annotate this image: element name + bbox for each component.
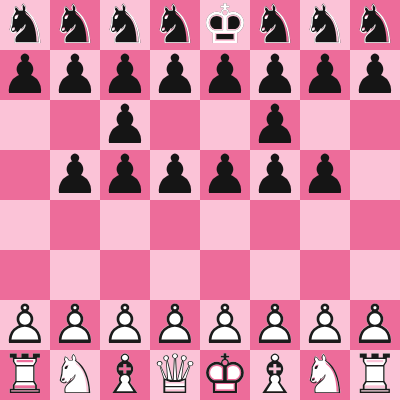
black-king[interactable]: ♚♔ <box>200 0 250 50</box>
square-c3[interactable] <box>100 250 150 300</box>
white-bishop[interactable]: ♝♗ <box>250 350 300 400</box>
square-f3[interactable] <box>250 250 300 300</box>
square-b8[interactable]: ♞♘ <box>50 0 100 50</box>
black-pawn[interactable]: ♟ <box>100 50 150 100</box>
black-pawn-icon: ♟ <box>100 100 150 150</box>
white-pawn-icon: ♟ <box>150 300 200 350</box>
white-rook-icon: ♜ <box>350 350 400 400</box>
black-pawn[interactable]: ♟ <box>300 50 350 100</box>
white-bishop[interactable]: ♝♗ <box>100 350 150 400</box>
square-d6[interactable] <box>150 100 200 150</box>
square-d8[interactable]: ♞♘ <box>150 0 200 50</box>
white-pawn[interactable]: ♟♙ <box>0 300 50 350</box>
black-knight-outline-icon: ♘ <box>50 0 100 50</box>
square-e6[interactable] <box>200 100 250 150</box>
square-c2[interactable]: ♟♙ <box>100 300 150 350</box>
square-b3[interactable] <box>50 250 100 300</box>
white-pawn-outline-icon: ♙ <box>250 300 300 350</box>
black-knight[interactable]: ♞♘ <box>300 0 350 50</box>
black-pawn-icon: ♟ <box>300 50 350 100</box>
white-queen-outline-icon: ♕ <box>150 350 200 400</box>
square-g4[interactable] <box>300 200 350 250</box>
white-bishop-icon: ♝ <box>100 350 150 400</box>
white-king-outline-icon: ♔ <box>200 350 250 400</box>
square-e2[interactable]: ♟♙ <box>200 300 250 350</box>
black-pawn[interactable]: ♟ <box>300 150 350 200</box>
white-knight-outline-icon: ♘ <box>300 350 350 400</box>
white-queen-icon: ♛ <box>150 350 200 400</box>
white-pawn-icon: ♟ <box>250 300 300 350</box>
black-knight-icon: ♞ <box>0 0 50 50</box>
black-pawn[interactable]: ♟ <box>200 150 250 200</box>
square-e8[interactable]: ♚♔ <box>200 0 250 50</box>
black-knight-icon: ♞ <box>150 0 200 50</box>
white-king-icon: ♚ <box>200 350 250 400</box>
black-knight[interactable]: ♞♘ <box>50 0 100 50</box>
white-pawn[interactable]: ♟♙ <box>100 300 150 350</box>
black-knight-outline-icon: ♘ <box>250 0 300 50</box>
white-pawn[interactable]: ♟♙ <box>50 300 100 350</box>
square-c6[interactable]: ♟ <box>100 100 150 150</box>
black-pawn-icon: ♟ <box>250 150 300 200</box>
white-rook-icon: ♜ <box>0 350 50 400</box>
square-f4[interactable] <box>250 200 300 250</box>
square-d5[interactable]: ♟ <box>150 150 200 200</box>
square-f8[interactable]: ♞♘ <box>250 0 300 50</box>
square-b1[interactable]: ♞♘ <box>50 350 100 400</box>
white-pawn-icon: ♟ <box>200 300 250 350</box>
square-h5[interactable] <box>350 150 400 200</box>
black-knight-icon: ♞ <box>250 0 300 50</box>
white-pawn-icon: ♟ <box>50 300 100 350</box>
square-b5[interactable]: ♟ <box>50 150 100 200</box>
black-knight[interactable]: ♞♘ <box>100 0 150 50</box>
square-f2[interactable]: ♟♙ <box>250 300 300 350</box>
square-g7[interactable]: ♟ <box>300 50 350 100</box>
square-c5[interactable]: ♟ <box>100 150 150 200</box>
white-rook[interactable]: ♜♖ <box>0 350 50 400</box>
black-pawn[interactable]: ♟ <box>100 100 150 150</box>
black-knight[interactable]: ♞♘ <box>0 0 50 50</box>
black-pawn[interactable]: ♟ <box>150 50 200 100</box>
white-bishop-outline-icon: ♗ <box>100 350 150 400</box>
square-h6[interactable] <box>350 100 400 150</box>
white-pawn-outline-icon: ♙ <box>0 300 50 350</box>
square-h8[interactable]: ♞♘ <box>350 0 400 50</box>
black-pawn-icon: ♟ <box>100 150 150 200</box>
chess-board: ♞♘♞♘♞♘♞♘♚♔♞♘♞♘♞♘♟♟♟♟♟♟♟♟♟♟♟♟♟♟♟♟♟♙♟♙♟♙♟♙… <box>0 0 400 400</box>
black-pawn-icon: ♟ <box>300 150 350 200</box>
black-knight-outline-icon: ♘ <box>350 0 400 50</box>
white-pawn[interactable]: ♟♙ <box>250 300 300 350</box>
square-f6[interactable]: ♟ <box>250 100 300 150</box>
square-b4[interactable] <box>50 200 100 250</box>
square-a6[interactable] <box>0 100 50 150</box>
black-knight-icon: ♞ <box>50 0 100 50</box>
black-knight-outline-icon: ♘ <box>100 0 150 50</box>
black-pawn[interactable]: ♟ <box>50 150 100 200</box>
square-g5[interactable]: ♟ <box>300 150 350 200</box>
white-pawn[interactable]: ♟♙ <box>200 300 250 350</box>
square-a2[interactable]: ♟♙ <box>0 300 50 350</box>
square-e1[interactable]: ♚♔ <box>200 350 250 400</box>
square-d7[interactable]: ♟ <box>150 50 200 100</box>
square-c7[interactable]: ♟ <box>100 50 150 100</box>
square-g8[interactable]: ♞♘ <box>300 0 350 50</box>
square-e7[interactable]: ♟ <box>200 50 250 100</box>
black-pawn-icon: ♟ <box>250 100 300 150</box>
black-pawn-icon: ♟ <box>250 50 300 100</box>
square-d1[interactable]: ♛♕ <box>150 350 200 400</box>
square-d4[interactable] <box>150 200 200 250</box>
white-king[interactable]: ♚♔ <box>200 350 250 400</box>
square-g6[interactable] <box>300 100 350 150</box>
white-pawn[interactable]: ♟♙ <box>150 300 200 350</box>
square-e3[interactable] <box>200 250 250 300</box>
black-pawn-icon: ♟ <box>350 50 400 100</box>
black-knight-outline-icon: ♘ <box>0 0 50 50</box>
square-a5[interactable] <box>0 150 50 200</box>
black-pawn-icon: ♟ <box>50 50 100 100</box>
square-h1[interactable]: ♜♖ <box>350 350 400 400</box>
square-h4[interactable] <box>350 200 400 250</box>
square-b6[interactable] <box>50 100 100 150</box>
square-e5[interactable]: ♟ <box>200 150 250 200</box>
white-pawn-outline-icon: ♙ <box>350 300 400 350</box>
black-pawn-icon: ♟ <box>150 150 200 200</box>
black-pawn[interactable]: ♟ <box>0 50 50 100</box>
black-knight[interactable]: ♞♘ <box>250 0 300 50</box>
black-knight-icon: ♞ <box>350 0 400 50</box>
white-pawn-outline-icon: ♙ <box>150 300 200 350</box>
white-queen[interactable]: ♛♕ <box>150 350 200 400</box>
white-pawn-outline-icon: ♙ <box>200 300 250 350</box>
white-pawn-icon: ♟ <box>350 300 400 350</box>
square-d3[interactable] <box>150 250 200 300</box>
white-pawn-icon: ♟ <box>100 300 150 350</box>
square-g2[interactable]: ♟♙ <box>300 300 350 350</box>
square-c4[interactable] <box>100 200 150 250</box>
white-pawn-outline-icon: ♙ <box>300 300 350 350</box>
square-h3[interactable] <box>350 250 400 300</box>
square-d2[interactable]: ♟♙ <box>150 300 200 350</box>
square-g3[interactable] <box>300 250 350 300</box>
white-knight-icon: ♞ <box>300 350 350 400</box>
white-knight[interactable]: ♞♘ <box>300 350 350 400</box>
white-bishop-outline-icon: ♗ <box>250 350 300 400</box>
black-pawn-icon: ♟ <box>100 50 150 100</box>
black-knight[interactable]: ♞♘ <box>150 0 200 50</box>
black-pawn[interactable]: ♟ <box>250 100 300 150</box>
square-g1[interactable]: ♞♘ <box>300 350 350 400</box>
black-pawn[interactable]: ♟ <box>350 50 400 100</box>
white-rook-outline-icon: ♖ <box>0 350 50 400</box>
black-king-icon: ♚ <box>200 0 250 50</box>
white-rook[interactable]: ♜♖ <box>350 350 400 400</box>
white-pawn-outline-icon: ♙ <box>100 300 150 350</box>
black-knight-icon: ♞ <box>100 0 150 50</box>
black-pawn[interactable]: ♟ <box>150 150 200 200</box>
white-pawn-icon: ♟ <box>0 300 50 350</box>
black-pawn[interactable]: ♟ <box>200 50 250 100</box>
square-b7[interactable]: ♟ <box>50 50 100 100</box>
black-pawn-icon: ♟ <box>50 150 100 200</box>
square-a3[interactable] <box>0 250 50 300</box>
black-pawn-icon: ♟ <box>150 50 200 100</box>
black-pawn-icon: ♟ <box>0 50 50 100</box>
black-pawn[interactable]: ♟ <box>50 50 100 100</box>
black-knight-outline-icon: ♘ <box>150 0 200 50</box>
square-f5[interactable]: ♟ <box>250 150 300 200</box>
white-pawn[interactable]: ♟♙ <box>350 300 400 350</box>
square-b2[interactable]: ♟♙ <box>50 300 100 350</box>
black-knight-outline-icon: ♘ <box>300 0 350 50</box>
black-pawn-icon: ♟ <box>200 50 250 100</box>
black-pawn-icon: ♟ <box>200 150 250 200</box>
white-knight-icon: ♞ <box>50 350 100 400</box>
white-pawn-icon: ♟ <box>300 300 350 350</box>
black-pawn[interactable]: ♟ <box>250 50 300 100</box>
square-h2[interactable]: ♟♙ <box>350 300 400 350</box>
black-knight[interactable]: ♞♘ <box>350 0 400 50</box>
black-pawn[interactable]: ♟ <box>100 150 150 200</box>
square-a8[interactable]: ♞♘ <box>0 0 50 50</box>
square-a7[interactable]: ♟ <box>0 50 50 100</box>
white-knight-outline-icon: ♘ <box>50 350 100 400</box>
square-a4[interactable] <box>0 200 50 250</box>
white-rook-outline-icon: ♖ <box>350 350 400 400</box>
square-c1[interactable]: ♝♗ <box>100 350 150 400</box>
white-knight[interactable]: ♞♘ <box>50 350 100 400</box>
white-pawn[interactable]: ♟♙ <box>300 300 350 350</box>
black-pawn[interactable]: ♟ <box>250 150 300 200</box>
black-king-outline-icon: ♔ <box>200 0 250 50</box>
square-c8[interactable]: ♞♘ <box>100 0 150 50</box>
white-bishop-icon: ♝ <box>250 350 300 400</box>
white-pawn-outline-icon: ♙ <box>50 300 100 350</box>
square-e4[interactable] <box>200 200 250 250</box>
square-h7[interactable]: ♟ <box>350 50 400 100</box>
square-f7[interactable]: ♟ <box>250 50 300 100</box>
square-a1[interactable]: ♜♖ <box>0 350 50 400</box>
square-f1[interactable]: ♝♗ <box>250 350 300 400</box>
black-knight-icon: ♞ <box>300 0 350 50</box>
